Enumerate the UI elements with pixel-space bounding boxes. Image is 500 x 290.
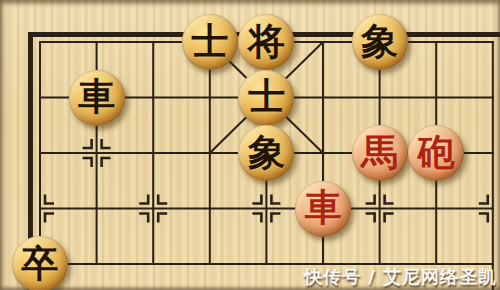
piece-black-advisor[interactable]: 士 (238, 70, 294, 126)
piece-glyph: 車 (305, 189, 342, 226)
piece-glyph: 士 (191, 23, 228, 60)
piece-black-soldier[interactable]: 卒 (12, 236, 68, 290)
piece-black-elephant[interactable]: 象 (238, 125, 294, 181)
piece-glyph: 車 (78, 78, 115, 115)
piece-glyph: 将 (248, 23, 285, 60)
piece-black-chariot[interactable]: 車 (69, 70, 125, 126)
piece-glyph: 馬 (361, 134, 398, 171)
piece-black-general[interactable]: 将 (238, 14, 294, 70)
xiangqi-board[interactable]: 士将象車士象馬砲車卒 快传号 / 艾尼网络圣凯 (0, 0, 500, 290)
piece-glyph: 象 (361, 23, 398, 60)
piece-glyph: 砲 (418, 134, 455, 171)
piece-red-chariot[interactable]: 車 (295, 181, 351, 237)
piece-red-horse[interactable]: 馬 (352, 125, 408, 181)
piece-glyph: 士 (248, 78, 285, 115)
piece-black-elephant[interactable]: 象 (352, 14, 408, 70)
watermark: 快传号 / 艾尼网络圣凯 (304, 265, 497, 289)
piece-glyph: 卒 (22, 245, 59, 282)
piece-black-advisor[interactable]: 士 (182, 14, 238, 70)
piece-red-cannon[interactable]: 砲 (408, 125, 464, 181)
piece-glyph: 象 (248, 134, 285, 171)
